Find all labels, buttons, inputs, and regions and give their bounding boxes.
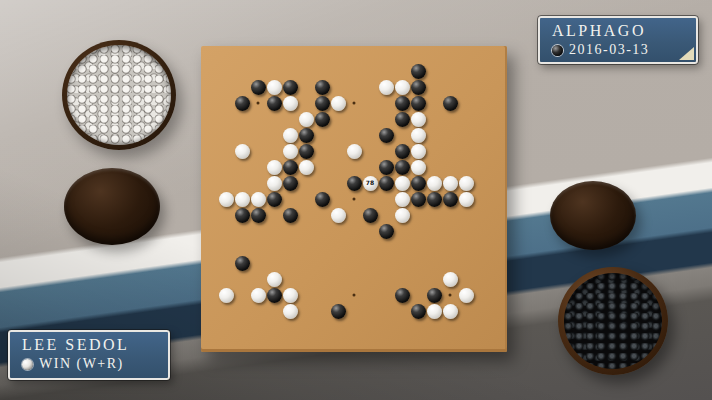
board-point [394,127,410,143]
black-stone [299,144,314,159]
board-point [330,239,346,255]
board-point [266,95,282,111]
board-point [346,111,362,127]
board-point [218,255,234,271]
board-point [474,111,490,127]
black-stone [379,224,394,239]
board-point [442,95,458,111]
board-point [474,223,490,239]
board-point [218,319,234,335]
black-stone [363,208,378,223]
board-point [426,303,442,319]
board-point [362,319,378,335]
board-point [474,175,490,191]
board-point [410,143,426,159]
board-point [346,63,362,79]
board-point [474,239,490,255]
board-point [426,335,442,351]
black-stone [395,112,410,127]
black-stone [395,144,410,159]
black-stone [379,176,394,191]
board-point [394,159,410,175]
board-point [314,207,330,223]
board-point [266,271,282,287]
board-point [490,207,506,223]
board-point [266,255,282,271]
board-point [458,79,474,95]
board-point [250,111,266,127]
board-point [314,191,330,207]
board-point [202,335,218,351]
board-point [298,271,314,287]
white-stone [411,160,426,175]
white-stone [235,144,250,159]
board-point [250,175,266,191]
black-stone [395,288,410,303]
board-point [298,159,314,175]
board-point [346,159,362,175]
board-point [314,95,330,111]
board-point [250,255,266,271]
board-point [202,303,218,319]
alphago-plate[interactable]: ALPHAGO 2016-03-13 [538,16,698,64]
board-point [394,47,410,63]
board-point [362,79,378,95]
board-point [234,223,250,239]
board-point [410,47,426,63]
board-point [410,319,426,335]
white-stone [251,192,266,207]
board-point [362,143,378,159]
board-point [426,255,442,271]
board-point [394,335,410,351]
board-point [314,127,330,143]
board-point [490,319,506,335]
board-point [362,63,378,79]
board-point [250,335,266,351]
board-point [234,175,250,191]
board-point [250,287,266,303]
board-point [426,111,442,127]
black-stone [379,160,394,175]
board-point [314,271,330,287]
board-point [218,159,234,175]
board-point [202,271,218,287]
board-grid: 78 [202,47,506,351]
black-stone [235,256,250,271]
white-stone [251,288,266,303]
board-point [282,143,298,159]
board-point [410,95,426,111]
lee-sedol-plate[interactable]: LEE SEDOL WIN (W+R) [8,330,170,380]
board-point [362,239,378,255]
board-point [298,287,314,303]
board-point [314,143,330,159]
board-point [202,63,218,79]
board-point [474,159,490,175]
board-point [442,143,458,159]
board-point [378,223,394,239]
board-point [282,207,298,223]
board-point [266,63,282,79]
white-stone [459,192,474,207]
board-point [474,95,490,111]
board-point [410,335,426,351]
board-point [330,255,346,271]
lee-sedol-name: LEE SEDOL [22,336,158,354]
board-point [298,127,314,143]
white-stone [443,176,458,191]
board-point [266,207,282,223]
board-point [218,303,234,319]
board-point [362,255,378,271]
board-point [426,79,442,95]
board-point [410,63,426,79]
black-stone [235,208,250,223]
board-point [218,127,234,143]
board-point: 78 [362,175,378,191]
white-stone [267,272,282,287]
board-point [346,255,362,271]
board-point [234,191,250,207]
board-point [410,287,426,303]
board-point [474,47,490,63]
board-point [250,95,266,111]
board-point [474,303,490,319]
board-point [410,207,426,223]
board-point [282,335,298,351]
board-point [266,143,282,159]
board-point [330,143,346,159]
board-point [362,335,378,351]
black-stone [411,80,426,95]
hoshi-point [353,294,356,297]
board-point [362,111,378,127]
board-point [362,287,378,303]
black-stone [443,96,458,111]
board-point [330,319,346,335]
board-point [314,47,330,63]
black-stone [315,80,330,95]
black-stone [411,96,426,111]
board-point [282,239,298,255]
board-point [490,335,506,351]
black-stone [395,160,410,175]
black-stone [379,128,394,143]
black-stone [315,192,330,207]
board-point [458,287,474,303]
board-point [266,303,282,319]
board-point [266,223,282,239]
board-point [474,63,490,79]
board-point [282,271,298,287]
board-point [250,79,266,95]
black-stone [315,112,330,127]
board-point [442,175,458,191]
board-point [458,143,474,159]
board-point [442,159,458,175]
board-point [266,191,282,207]
board-point [314,303,330,319]
board-point [394,111,410,127]
alphago-name: ALPHAGO [552,22,686,40]
board-point [202,239,218,255]
hoshi-point [353,102,356,105]
board-point [442,271,458,287]
board-point [362,95,378,111]
board-point [218,47,234,63]
white-stone-icon [22,359,33,370]
black-stone [251,80,266,95]
bowl-lid-left [64,168,160,245]
board-point [458,303,474,319]
board-point [266,127,282,143]
board-point [218,79,234,95]
board-point [458,239,474,255]
board-point [394,319,410,335]
board-point [378,191,394,207]
board-point [410,271,426,287]
board-point [298,319,314,335]
board-point [298,79,314,95]
board-point [234,287,250,303]
white-stone [395,208,410,223]
board-point [202,207,218,223]
board-point [474,207,490,223]
white-stone [443,304,458,319]
board-point [394,95,410,111]
board-point [410,303,426,319]
board-point [218,239,234,255]
board-point [298,95,314,111]
board-point [298,223,314,239]
board-point [202,287,218,303]
board-point [362,47,378,63]
board-point [490,159,506,175]
board-point [394,255,410,271]
board-point [330,175,346,191]
board-point [394,79,410,95]
board-point [298,239,314,255]
white-stone [379,80,394,95]
board-point [458,207,474,223]
white-stone [299,160,314,175]
board-point [474,127,490,143]
black-stone [347,176,362,191]
black-stone [411,176,426,191]
black-stone-icon [552,45,563,56]
board-point [378,127,394,143]
board-point [202,111,218,127]
board-point [378,143,394,159]
white-stone [283,128,298,143]
board-point [346,191,362,207]
board-point [346,287,362,303]
board-point [314,159,330,175]
board-point [458,95,474,111]
white-stone [395,192,410,207]
board-point [282,191,298,207]
black-stone [267,192,282,207]
board-point [314,319,330,335]
black-stone [267,96,282,111]
board-point [378,335,394,351]
board-point [218,335,234,351]
black-stone [331,304,346,319]
board-point [426,223,442,239]
black-stone [267,288,282,303]
board-point [426,207,442,223]
white-stone [347,144,362,159]
board-point [362,127,378,143]
board-point [202,175,218,191]
board-point [330,159,346,175]
board-point [250,223,266,239]
board-point [490,255,506,271]
board-point [410,255,426,271]
board-point [442,223,458,239]
board-point [330,271,346,287]
board-point [442,303,458,319]
board-point [314,335,330,351]
board-point [314,255,330,271]
board-point [410,159,426,175]
scene: 78 ALPHAGO 2016-03-13 LEE SEDOL WIN (W+R… [0,0,712,400]
board-point [490,175,506,191]
white-stone [411,144,426,159]
board-point [410,79,426,95]
white-stone [427,176,442,191]
board-point [330,303,346,319]
board-point [474,191,490,207]
board-point [346,207,362,223]
board-point [282,95,298,111]
board-point [250,159,266,175]
board-point [426,95,442,111]
board-point [394,303,410,319]
board-point [250,271,266,287]
board-point [490,239,506,255]
board-point [442,335,458,351]
white-stone [267,176,282,191]
board-point [282,255,298,271]
board-point [378,175,394,191]
board-point [490,143,506,159]
board-point [346,79,362,95]
board-point [490,127,506,143]
board-point [298,191,314,207]
board-point [298,111,314,127]
board-point [410,111,426,127]
white-stone [283,144,298,159]
board-point [346,223,362,239]
board-point [458,223,474,239]
board-point [346,319,362,335]
black-stone [395,96,410,111]
white-stone-bowl [62,40,176,150]
white-stone [331,208,346,223]
board-point [234,111,250,127]
white-stone [443,272,458,287]
board-point [442,79,458,95]
board-point [282,111,298,127]
board-point [202,191,218,207]
black-stone [299,128,314,143]
board-point [234,127,250,143]
board-point [266,239,282,255]
board-point [394,191,410,207]
board-point [458,191,474,207]
board-point [314,63,330,79]
black-stone [235,96,250,111]
board-point [490,303,506,319]
board-point [426,175,442,191]
board-point [346,303,362,319]
board-point [394,175,410,191]
black-stone [283,160,298,175]
white-stone [267,80,282,95]
board-point [394,287,410,303]
black-stone [251,208,266,223]
board-point [394,143,410,159]
black-stone [411,192,426,207]
board-point [282,303,298,319]
black-stone-bowl [558,267,668,375]
board-point [298,303,314,319]
board-point [490,95,506,111]
board-point [202,127,218,143]
board-point [266,335,282,351]
board-point [250,191,266,207]
board-point [474,143,490,159]
board-point [474,335,490,351]
fold-corner-icon[interactable] [679,47,694,60]
board-point [266,159,282,175]
white-stone [331,96,346,111]
board-point [282,63,298,79]
board-point [234,63,250,79]
board-point [250,143,266,159]
board-point [298,335,314,351]
board-point [410,127,426,143]
white-stone [411,112,426,127]
white-stone [395,176,410,191]
board-point [314,287,330,303]
board-point [426,271,442,287]
board-point [410,223,426,239]
black-stone [411,304,426,319]
board-point [346,143,362,159]
board-point [330,95,346,111]
board-point [330,79,346,95]
bowl-lid-right [550,181,636,250]
board-point [394,63,410,79]
board-point [330,287,346,303]
white-stone [459,176,474,191]
board-point [250,303,266,319]
board-point [202,143,218,159]
result-text: WIN (W+R) [39,356,124,372]
board-point [490,111,506,127]
board-point [346,271,362,287]
board-point [346,175,362,191]
board-point [362,271,378,287]
board-point [218,271,234,287]
board-point [250,127,266,143]
board-point [378,207,394,223]
board-point [458,111,474,127]
board-point [426,239,442,255]
